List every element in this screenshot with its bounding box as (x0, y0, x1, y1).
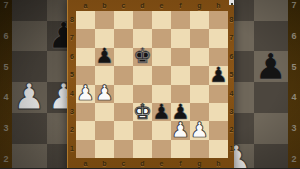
black-pawn-b6[interactable]: ♟ (95, 46, 114, 67)
file-label-g: g (190, 0, 209, 11)
square-h1[interactable] (209, 140, 228, 158)
square-g7[interactable] (190, 29, 209, 47)
square-e5[interactable] (152, 66, 171, 84)
square-a6[interactable] (76, 48, 95, 66)
square-g1[interactable] (190, 140, 209, 158)
square-h3 (254, 113, 289, 144)
white-pawn-g2[interactable]: ♟ (190, 120, 209, 141)
square-c1[interactable] (114, 140, 133, 158)
square-c6[interactable] (114, 48, 133, 66)
square-f6[interactable] (171, 48, 190, 66)
square-b3[interactable] (95, 103, 114, 121)
bg-rank-label-5: 5 (288, 62, 300, 72)
rank-label-5: 5 (228, 66, 235, 84)
square-a3[interactable] (76, 103, 95, 121)
foreground-board: abcdefgh 87654321 ♟♚♟♟♟♚♟♟♟♟ 87654321 ab… (67, 0, 234, 168)
square-e1[interactable] (152, 140, 171, 158)
bg-rank-label-3: 3 (0, 123, 12, 133)
square-c3[interactable] (114, 103, 133, 121)
file-label-g: g (190, 158, 209, 168)
chess-app-screen: ♟♚♟♟♟♚♟♟♟♟ 765432 765432 abcdefgh 876543… (0, 0, 300, 168)
file-labels-top: abcdefgh (76, 0, 228, 11)
square-c2[interactable] (114, 121, 133, 139)
square-h2 (254, 144, 289, 169)
square-h2[interactable] (209, 121, 228, 139)
square-a2 (12, 144, 47, 169)
background-board-right-frame: 765432 (288, 0, 300, 168)
square-d6[interactable]: ♚ (133, 48, 152, 66)
square-e8[interactable] (152, 11, 171, 29)
square-g6[interactable] (190, 48, 209, 66)
square-h3[interactable] (209, 103, 228, 121)
square-g8[interactable] (190, 11, 209, 29)
black-king-d6[interactable]: ♚ (133, 46, 152, 67)
square-d3[interactable]: ♚ (133, 103, 152, 121)
square-b2[interactable] (95, 121, 114, 139)
square-c5[interactable] (114, 66, 133, 84)
square-e6[interactable] (152, 48, 171, 66)
file-label-a: a (76, 0, 95, 11)
square-b1[interactable] (95, 140, 114, 158)
bg-rank-label-3: 3 (288, 123, 300, 133)
square-d5[interactable] (133, 66, 152, 84)
rank-label-2: 2 (228, 121, 235, 139)
rank-labels-left: 87654321 (68, 11, 76, 158)
square-b6[interactable]: ♟ (95, 48, 114, 66)
bg-rank-label-7: 7 (288, 0, 300, 10)
square-f7[interactable] (171, 29, 190, 47)
bg-rank-label-4: 4 (0, 92, 12, 102)
rank-label-5: 5 (68, 66, 76, 84)
square-h7[interactable] (209, 29, 228, 47)
bg-rank-label-5: 5 (0, 62, 12, 72)
file-label-e: e (152, 158, 171, 168)
file-label-f: f (171, 158, 190, 168)
rank-label-4: 4 (68, 85, 76, 103)
square-e3[interactable]: ♟ (152, 103, 171, 121)
square-h4[interactable] (209, 85, 228, 103)
background-board-left-frame: 765432 (0, 0, 12, 168)
square-g4[interactable] (190, 85, 209, 103)
rank-label-6: 6 (228, 48, 235, 66)
square-h7 (254, 0, 289, 21)
square-h5[interactable]: ♟ (209, 66, 228, 84)
square-b8[interactable] (95, 11, 114, 29)
bg-rank-label-6: 6 (0, 31, 12, 41)
rank-label-8: 8 (228, 11, 235, 29)
black-pawn-h5: ♟ (255, 49, 287, 85)
rank-label-7: 7 (68, 29, 76, 47)
square-c4[interactable] (114, 85, 133, 103)
rank-label-8: 8 (68, 11, 76, 29)
square-h5: ♟ (254, 51, 289, 82)
square-c8[interactable] (114, 11, 133, 29)
rank-label-7: 7 (228, 29, 235, 47)
white-pawn-f2[interactable]: ♟ (171, 120, 190, 141)
square-a7[interactable] (76, 29, 95, 47)
rank-label-2: 2 (68, 121, 76, 139)
white-king-d3[interactable]: ♚ (133, 102, 152, 123)
square-b4[interactable]: ♟ (95, 85, 114, 103)
square-a4: ♟ (12, 82, 47, 113)
bg-rank-label-2: 2 (0, 154, 12, 164)
square-h4 (254, 82, 289, 113)
square-d2[interactable] (133, 121, 152, 139)
file-label-c: c (114, 158, 133, 168)
square-a7 (12, 0, 47, 21)
square-d1[interactable] (133, 140, 152, 158)
square-a2[interactable] (76, 121, 95, 139)
file-label-b: b (95, 158, 114, 168)
file-labels-bottom: abcdefgh (76, 158, 228, 168)
black-pawn-h5[interactable]: ♟ (209, 65, 228, 86)
rank-labels-right: 87654321 (228, 11, 235, 158)
bg-rank-label-4: 4 (288, 92, 300, 102)
black-pawn-e3[interactable]: ♟ (152, 102, 171, 123)
white-pawn-b4[interactable]: ♟ (95, 83, 114, 104)
file-label-h: h (209, 158, 228, 168)
bg-rank-label-7: 7 (0, 0, 12, 10)
bg-rank-label-6: 6 (288, 31, 300, 41)
square-f2[interactable]: ♟ (171, 121, 190, 139)
square-e2[interactable] (152, 121, 171, 139)
file-label-c: c (114, 0, 133, 11)
file-label-e: e (152, 0, 171, 11)
board-grid: ♟♚♟♟♟♚♟♟♟♟ (76, 11, 228, 158)
square-h8[interactable] (209, 11, 228, 29)
square-c7[interactable] (114, 29, 133, 47)
bg-rank-label-2: 2 (288, 154, 300, 164)
rank-label-3: 3 (68, 103, 76, 121)
file-label-a: a (76, 158, 95, 168)
file-label-d: d (133, 158, 152, 168)
rank-label-1: 1 (68, 140, 76, 158)
file-label-d: d (133, 0, 152, 11)
square-a8[interactable] (76, 11, 95, 29)
rank-label-6: 6 (68, 48, 76, 66)
square-a4[interactable]: ♟ (76, 85, 95, 103)
square-a1[interactable] (76, 140, 95, 158)
square-f8[interactable] (171, 11, 190, 29)
rank-label-3: 3 (228, 103, 235, 121)
square-f1[interactable] (171, 140, 190, 158)
white-pawn-a4: ♟ (13, 79, 45, 115)
rank-label-4: 4 (228, 85, 235, 103)
square-a6 (12, 21, 47, 52)
rank-label-1: 1 (228, 140, 235, 158)
square-a3 (12, 113, 47, 144)
square-g5[interactable] (190, 66, 209, 84)
board-corner-marker-icon[interactable] (229, 0, 234, 5)
square-e7[interactable] (152, 29, 171, 47)
square-d8[interactable] (133, 11, 152, 29)
square-g2[interactable]: ♟ (190, 121, 209, 139)
square-f5[interactable] (171, 66, 190, 84)
file-label-b: b (95, 0, 114, 11)
white-pawn-a4[interactable]: ♟ (76, 83, 95, 104)
file-label-h: h (209, 0, 228, 11)
file-label-f: f (171, 0, 190, 11)
